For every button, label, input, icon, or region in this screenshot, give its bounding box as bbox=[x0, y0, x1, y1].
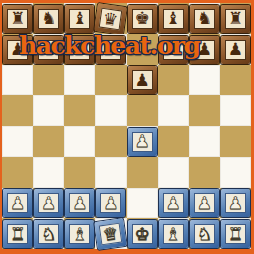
white-rook-icon: ♜ bbox=[10, 226, 25, 243]
piece-tile-inner: ♟ bbox=[194, 193, 215, 213]
piece-tile-inner: ♛ bbox=[99, 8, 123, 31]
black-bishop-icon: ♝ bbox=[72, 10, 87, 27]
square-b7[interactable]: ♟ bbox=[33, 34, 64, 65]
black-pawn-icon: ♟ bbox=[41, 41, 56, 58]
square-c6[interactable] bbox=[64, 65, 95, 96]
square-e4[interactable]: ♟ bbox=[127, 126, 158, 157]
square-c2[interactable]: ♟ bbox=[64, 188, 95, 219]
piece-white-knight-g1[interactable]: ♞ bbox=[190, 220, 219, 248]
black-queen-icon: ♛ bbox=[102, 9, 119, 28]
piece-black-rook-a8[interactable]: ♜ bbox=[3, 5, 32, 33]
square-f5[interactable] bbox=[158, 95, 189, 126]
piece-black-pawn-d7[interactable]: ♟ bbox=[96, 36, 125, 64]
square-g2[interactable]: ♟ bbox=[189, 188, 220, 219]
square-e3[interactable] bbox=[127, 157, 158, 188]
white-pawn-icon: ♟ bbox=[103, 195, 118, 212]
piece-white-king-e1[interactable]: ♚ bbox=[128, 220, 157, 248]
square-a4[interactable] bbox=[2, 126, 33, 157]
piece-tile-inner: ♟ bbox=[69, 193, 90, 213]
piece-tile-inner: ♟ bbox=[132, 132, 153, 152]
black-pawn-icon: ♟ bbox=[103, 41, 118, 58]
black-bishop-icon: ♝ bbox=[166, 10, 181, 27]
piece-white-pawn-f2[interactable]: ♟ bbox=[159, 189, 188, 217]
white-pawn-icon: ♟ bbox=[134, 133, 149, 150]
piece-black-knight-g8[interactable]: ♞ bbox=[190, 5, 219, 33]
piece-tile-inner: ♞ bbox=[194, 9, 215, 29]
piece-black-knight-b8[interactable]: ♞ bbox=[34, 5, 63, 33]
square-e7[interactable] bbox=[127, 34, 158, 65]
square-c1[interactable]: ♝ bbox=[64, 218, 95, 249]
piece-black-king-e8[interactable]: ♚ bbox=[128, 5, 157, 33]
square-c3[interactable] bbox=[64, 157, 95, 188]
square-d8[interactable]: ♛ bbox=[95, 3, 126, 34]
white-bishop-icon: ♝ bbox=[72, 226, 87, 243]
piece-white-bishop-f1[interactable]: ♝ bbox=[159, 220, 188, 248]
square-h4[interactable] bbox=[220, 126, 251, 157]
square-c7[interactable]: ♟ bbox=[64, 34, 95, 65]
square-c8[interactable]: ♝ bbox=[64, 3, 95, 34]
piece-black-pawn-e6[interactable]: ♟ bbox=[128, 66, 157, 94]
piece-tile-inner: ♟ bbox=[100, 40, 121, 60]
white-king-icon: ♚ bbox=[134, 226, 149, 243]
square-b2[interactable]: ♟ bbox=[33, 188, 64, 219]
square-f1[interactable]: ♝ bbox=[158, 218, 189, 249]
square-b6[interactable] bbox=[33, 65, 64, 96]
piece-white-pawn-d2[interactable]: ♟ bbox=[96, 189, 125, 217]
piece-white-rook-a1[interactable]: ♜ bbox=[3, 220, 32, 248]
square-e5[interactable] bbox=[127, 95, 158, 126]
square-e6[interactable]: ♟ bbox=[127, 65, 158, 96]
square-a2[interactable]: ♟ bbox=[2, 188, 33, 219]
square-a7[interactable]: ♟ bbox=[2, 34, 33, 65]
piece-white-bishop-c1[interactable]: ♝ bbox=[65, 220, 94, 248]
piece-black-pawn-b7[interactable]: ♟ bbox=[34, 36, 63, 64]
square-d1[interactable]: ♛ bbox=[95, 218, 126, 249]
square-e2[interactable] bbox=[127, 188, 158, 219]
black-pawn-icon: ♟ bbox=[72, 41, 87, 58]
square-c5[interactable] bbox=[64, 95, 95, 126]
piece-tile-inner: ♜ bbox=[225, 9, 246, 29]
white-pawn-icon: ♟ bbox=[41, 195, 56, 212]
piece-black-pawn-a7[interactable]: ♟ bbox=[3, 36, 32, 64]
piece-black-pawn-f7[interactable]: ♟ bbox=[159, 36, 188, 64]
square-b4[interactable] bbox=[33, 126, 64, 157]
piece-black-pawn-c7[interactable]: ♟ bbox=[65, 36, 94, 64]
piece-white-pawn-b2[interactable]: ♟ bbox=[34, 189, 63, 217]
square-d6[interactable] bbox=[95, 65, 126, 96]
square-d7[interactable]: ♟ bbox=[95, 34, 126, 65]
piece-tile-inner: ♟ bbox=[38, 40, 59, 60]
square-h8[interactable]: ♜ bbox=[220, 3, 251, 34]
square-f7[interactable]: ♟ bbox=[158, 34, 189, 65]
piece-tile-inner: ♝ bbox=[163, 9, 184, 29]
piece-tile-inner: ♛ bbox=[99, 223, 123, 246]
white-bishop-icon: ♝ bbox=[166, 226, 181, 243]
chess-board: ♜♞♝♛♚♝♞♜♟♟♟♟♟♟♟♟♟♟♟♟♟♟♟♟♜♞♝♛♚♝♞♜ bbox=[2, 3, 251, 249]
black-pawn-icon: ♟ bbox=[166, 41, 181, 58]
piece-white-rook-h1[interactable]: ♜ bbox=[221, 220, 250, 248]
white-pawn-icon: ♟ bbox=[228, 195, 243, 212]
square-g8[interactable]: ♞ bbox=[189, 3, 220, 34]
piece-tile-inner: ♜ bbox=[7, 224, 28, 244]
white-pawn-icon: ♟ bbox=[166, 195, 181, 212]
square-d4[interactable] bbox=[95, 126, 126, 157]
black-rook-icon: ♜ bbox=[10, 10, 25, 27]
square-d2[interactable]: ♟ bbox=[95, 188, 126, 219]
square-h3[interactable] bbox=[220, 157, 251, 188]
square-g3[interactable] bbox=[189, 157, 220, 188]
square-h1[interactable]: ♜ bbox=[220, 218, 251, 249]
white-pawn-icon: ♟ bbox=[197, 195, 212, 212]
piece-tile-inner: ♟ bbox=[225, 193, 246, 213]
square-b8[interactable]: ♞ bbox=[33, 3, 64, 34]
square-f3[interactable] bbox=[158, 157, 189, 188]
piece-white-pawn-a2[interactable]: ♟ bbox=[3, 189, 32, 217]
square-g5[interactable] bbox=[189, 95, 220, 126]
square-g1[interactable]: ♞ bbox=[189, 218, 220, 249]
piece-black-bishop-f8[interactable]: ♝ bbox=[159, 5, 188, 33]
square-e1[interactable]: ♚ bbox=[127, 218, 158, 249]
piece-tile-inner: ♟ bbox=[194, 40, 215, 60]
piece-white-pawn-e4[interactable]: ♟ bbox=[128, 128, 157, 156]
piece-white-knight-b1[interactable]: ♞ bbox=[34, 220, 63, 248]
piece-tile-inner: ♟ bbox=[163, 193, 184, 213]
black-knight-icon: ♞ bbox=[197, 10, 212, 27]
piece-tile-inner: ♟ bbox=[132, 70, 153, 90]
piece-white-queen-d1[interactable]: ♛ bbox=[95, 218, 128, 250]
square-f2[interactable]: ♟ bbox=[158, 188, 189, 219]
square-h6[interactable] bbox=[220, 65, 251, 96]
piece-tile-inner: ♚ bbox=[132, 224, 153, 244]
piece-tile-inner: ♞ bbox=[194, 224, 215, 244]
piece-tile-inner: ♟ bbox=[7, 193, 28, 213]
piece-tile-inner: ♞ bbox=[38, 9, 59, 29]
square-b3[interactable] bbox=[33, 157, 64, 188]
square-d3[interactable] bbox=[95, 157, 126, 188]
white-queen-icon: ♛ bbox=[102, 225, 119, 244]
piece-tile-inner: ♞ bbox=[38, 224, 59, 244]
black-king-icon: ♚ bbox=[134, 10, 149, 27]
piece-tile-inner: ♟ bbox=[38, 193, 59, 213]
piece-tile-inner: ♜ bbox=[225, 224, 246, 244]
black-pawn-icon: ♟ bbox=[228, 41, 243, 58]
piece-black-rook-h8[interactable]: ♜ bbox=[221, 5, 250, 33]
piece-tile-inner: ♝ bbox=[163, 224, 184, 244]
piece-black-queen-d8[interactable]: ♛ bbox=[95, 3, 128, 35]
square-b5[interactable] bbox=[33, 95, 64, 126]
piece-black-bishop-c8[interactable]: ♝ bbox=[65, 5, 94, 33]
piece-tile-inner: ♚ bbox=[132, 9, 153, 29]
square-a3[interactable] bbox=[2, 157, 33, 188]
white-knight-icon: ♞ bbox=[197, 226, 212, 243]
piece-tile-inner: ♝ bbox=[69, 224, 90, 244]
square-b1[interactable]: ♞ bbox=[33, 218, 64, 249]
square-a8[interactable]: ♜ bbox=[2, 3, 33, 34]
square-f8[interactable]: ♝ bbox=[158, 3, 189, 34]
square-e8[interactable]: ♚ bbox=[127, 3, 158, 34]
square-g6[interactable] bbox=[189, 65, 220, 96]
square-f6[interactable] bbox=[158, 65, 189, 96]
piece-white-pawn-g2[interactable]: ♟ bbox=[190, 189, 219, 217]
square-h5[interactable] bbox=[220, 95, 251, 126]
piece-tile-inner: ♟ bbox=[7, 40, 28, 60]
piece-black-pawn-g7[interactable]: ♟ bbox=[190, 36, 219, 64]
square-c4[interactable] bbox=[64, 126, 95, 157]
square-f4[interactable] bbox=[158, 126, 189, 157]
black-rook-icon: ♜ bbox=[228, 10, 243, 27]
square-h2[interactable]: ♟ bbox=[220, 188, 251, 219]
black-pawn-icon: ♟ bbox=[10, 41, 25, 58]
square-g4[interactable] bbox=[189, 126, 220, 157]
piece-tile-inner: ♟ bbox=[100, 193, 121, 213]
black-knight-icon: ♞ bbox=[41, 10, 56, 27]
piece-tile-inner: ♟ bbox=[225, 40, 246, 60]
black-pawn-icon: ♟ bbox=[134, 72, 149, 89]
white-rook-icon: ♜ bbox=[228, 226, 243, 243]
piece-tile-inner: ♜ bbox=[7, 9, 28, 29]
square-a5[interactable] bbox=[2, 95, 33, 126]
square-g7[interactable]: ♟ bbox=[189, 34, 220, 65]
white-pawn-icon: ♟ bbox=[72, 195, 87, 212]
square-a1[interactable]: ♜ bbox=[2, 218, 33, 249]
piece-white-pawn-c2[interactable]: ♟ bbox=[65, 189, 94, 217]
white-knight-icon: ♞ bbox=[41, 226, 56, 243]
square-a6[interactable] bbox=[2, 65, 33, 96]
chess-app-window: ♜♞♝♛♚♝♞♜♟♟♟♟♟♟♟♟♟♟♟♟♟♟♟♟♜♞♝♛♚♝♞♜ hackche… bbox=[0, 0, 254, 254]
piece-tile-inner: ♟ bbox=[69, 40, 90, 60]
piece-tile-inner: ♝ bbox=[69, 9, 90, 29]
square-d5[interactable] bbox=[95, 95, 126, 126]
piece-tile-inner: ♟ bbox=[163, 40, 184, 60]
square-h7[interactable]: ♟ bbox=[220, 34, 251, 65]
black-pawn-icon: ♟ bbox=[197, 41, 212, 58]
white-pawn-icon: ♟ bbox=[10, 195, 25, 212]
piece-white-pawn-h2[interactable]: ♟ bbox=[221, 189, 250, 217]
piece-black-pawn-h7[interactable]: ♟ bbox=[221, 36, 250, 64]
